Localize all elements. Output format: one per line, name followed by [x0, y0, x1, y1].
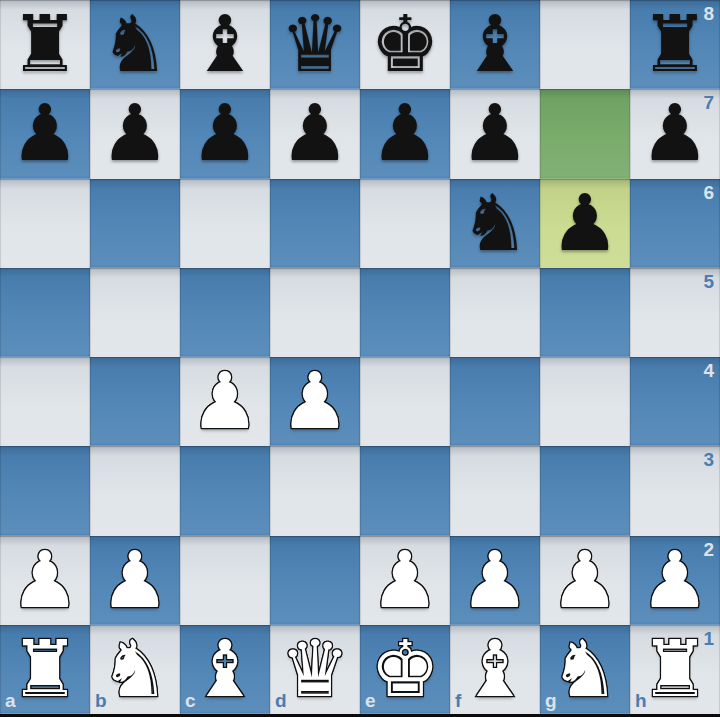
square-f7[interactable]: ♟: [450, 89, 540, 178]
square-f2[interactable]: ♟: [450, 536, 540, 625]
square-h1[interactable]: ♜1h: [630, 625, 720, 714]
square-c5[interactable]: [180, 268, 270, 357]
piece-white-pawn[interactable]: ♟: [460, 536, 530, 625]
square-d8[interactable]: ♛: [270, 0, 360, 89]
square-f4[interactable]: [450, 357, 540, 446]
piece-black-pawn[interactable]: ♟: [280, 89, 350, 178]
piece-white-pawn[interactable]: ♟: [640, 536, 710, 625]
square-d6[interactable]: [270, 179, 360, 268]
piece-black-pawn[interactable]: ♟: [190, 89, 260, 178]
square-c3[interactable]: [180, 446, 270, 535]
square-h7[interactable]: ♟7: [630, 89, 720, 178]
square-c1[interactable]: ♝c: [180, 625, 270, 714]
square-e6[interactable]: [360, 179, 450, 268]
square-a2[interactable]: ♟: [0, 536, 90, 625]
square-d1[interactable]: ♛d: [270, 625, 360, 714]
square-g7[interactable]: [540, 89, 630, 178]
piece-black-bishop[interactable]: ♝: [460, 0, 530, 89]
piece-black-pawn[interactable]: ♟: [100, 89, 170, 178]
rank-label-3: 3: [703, 449, 714, 471]
piece-white-bishop[interactable]: ♝: [190, 625, 260, 714]
piece-white-pawn[interactable]: ♟: [100, 536, 170, 625]
square-b1[interactable]: ♞b: [90, 625, 180, 714]
piece-black-knight[interactable]: ♞: [460, 179, 530, 268]
square-b8[interactable]: ♞: [90, 0, 180, 89]
square-b3[interactable]: [90, 446, 180, 535]
square-h5[interactable]: 5: [630, 268, 720, 357]
square-f8[interactable]: ♝: [450, 0, 540, 89]
piece-white-pawn[interactable]: ♟: [190, 357, 260, 446]
square-g5[interactable]: [540, 268, 630, 357]
piece-black-bishop[interactable]: ♝: [190, 0, 260, 89]
piece-black-pawn[interactable]: ♟: [10, 89, 80, 178]
square-e3[interactable]: [360, 446, 450, 535]
square-a8[interactable]: ♜: [0, 0, 90, 89]
rank-label-4: 4: [703, 360, 714, 382]
square-e5[interactable]: [360, 268, 450, 357]
square-b5[interactable]: [90, 268, 180, 357]
piece-black-rook[interactable]: ♜: [640, 0, 710, 89]
square-b4[interactable]: [90, 357, 180, 446]
piece-white-bishop[interactable]: ♝: [460, 625, 530, 714]
square-c2[interactable]: [180, 536, 270, 625]
square-a1[interactable]: ♜a: [0, 625, 90, 714]
piece-black-queen[interactable]: ♛: [280, 0, 350, 89]
square-e2[interactable]: ♟: [360, 536, 450, 625]
square-c4[interactable]: ♟: [180, 357, 270, 446]
square-b6[interactable]: [90, 179, 180, 268]
square-g1[interactable]: ♞g: [540, 625, 630, 714]
piece-white-pawn[interactable]: ♟: [550, 536, 620, 625]
piece-white-knight[interactable]: ♞: [100, 625, 170, 714]
square-d2[interactable]: [270, 536, 360, 625]
square-d4[interactable]: ♟: [270, 357, 360, 446]
rank-label-5: 5: [703, 271, 714, 293]
rank-label-6: 6: [703, 182, 714, 204]
square-b2[interactable]: ♟: [90, 536, 180, 625]
square-e1[interactable]: ♚e: [360, 625, 450, 714]
square-d3[interactable]: [270, 446, 360, 535]
square-e4[interactable]: [360, 357, 450, 446]
square-a5[interactable]: [0, 268, 90, 357]
square-e7[interactable]: ♟: [360, 89, 450, 178]
square-a3[interactable]: [0, 446, 90, 535]
square-a4[interactable]: [0, 357, 90, 446]
square-g3[interactable]: [540, 446, 630, 535]
square-a6[interactable]: [0, 179, 90, 268]
square-h4[interactable]: 4: [630, 357, 720, 446]
piece-black-king[interactable]: ♚: [370, 0, 440, 89]
piece-white-pawn[interactable]: ♟: [10, 536, 80, 625]
piece-white-king[interactable]: ♚: [370, 625, 440, 714]
piece-black-pawn[interactable]: ♟: [460, 89, 530, 178]
chess-board: ♜♞♝♛♚♝♜8♟♟♟♟♟♟♟7♞♟65♟♟43♟♟♟♟♟♟2♜a♞b♝c♛d♚…: [0, 0, 720, 714]
square-f5[interactable]: [450, 268, 540, 357]
square-h8[interactable]: ♜8: [630, 0, 720, 89]
piece-white-queen[interactable]: ♛: [280, 625, 350, 714]
square-b7[interactable]: ♟: [90, 89, 180, 178]
square-g6[interactable]: ♟: [540, 179, 630, 268]
chess-board-container: ♜♞♝♛♚♝♜8♟♟♟♟♟♟♟7♞♟65♟♟43♟♟♟♟♟♟2♜a♞b♝c♛d♚…: [0, 0, 720, 717]
square-h3[interactable]: 3: [630, 446, 720, 535]
square-c7[interactable]: ♟: [180, 89, 270, 178]
square-h6[interactable]: 6: [630, 179, 720, 268]
square-g4[interactable]: [540, 357, 630, 446]
piece-white-pawn[interactable]: ♟: [280, 357, 350, 446]
piece-white-knight[interactable]: ♞: [550, 625, 620, 714]
square-f1[interactable]: ♝f: [450, 625, 540, 714]
piece-white-pawn[interactable]: ♟: [370, 536, 440, 625]
square-a7[interactable]: ♟: [0, 89, 90, 178]
square-h2[interactable]: ♟2: [630, 536, 720, 625]
piece-black-pawn[interactable]: ♟: [640, 89, 710, 178]
square-g8[interactable]: [540, 0, 630, 89]
square-c8[interactable]: ♝: [180, 0, 270, 89]
piece-black-pawn[interactable]: ♟: [370, 89, 440, 178]
piece-white-rook[interactable]: ♜: [10, 625, 80, 714]
square-d7[interactable]: ♟: [270, 89, 360, 178]
piece-white-rook[interactable]: ♜: [640, 625, 710, 714]
square-c6[interactable]: [180, 179, 270, 268]
square-d5[interactable]: [270, 268, 360, 357]
square-e8[interactable]: ♚: [360, 0, 450, 89]
piece-black-rook[interactable]: ♜: [10, 0, 80, 89]
square-f3[interactable]: [450, 446, 540, 535]
square-f6[interactable]: ♞: [450, 179, 540, 268]
piece-black-pawn[interactable]: ♟: [550, 179, 620, 268]
square-g2[interactable]: ♟: [540, 536, 630, 625]
piece-black-knight[interactable]: ♞: [100, 0, 170, 89]
